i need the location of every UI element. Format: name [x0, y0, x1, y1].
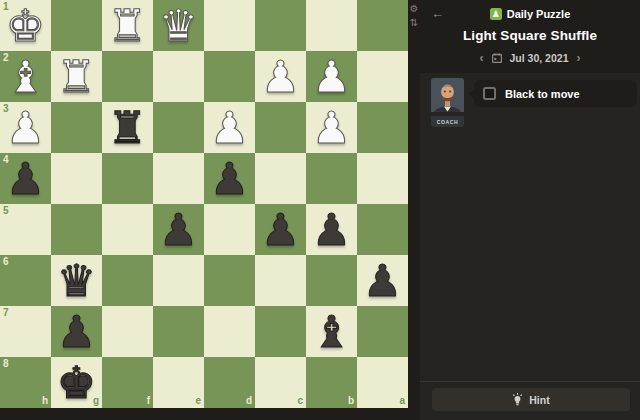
- white-rook[interactable]: ♜: [102, 0, 153, 51]
- square-a8[interactable]: a: [357, 357, 408, 408]
- square-g4[interactable]: [51, 153, 102, 204]
- move-indicator-text: Black to move: [505, 88, 580, 100]
- square-g8[interactable]: g♚: [51, 357, 102, 408]
- black-bishop[interactable]: ♝: [306, 306, 357, 357]
- square-h2[interactable]: 2♝: [0, 51, 51, 102]
- file-label: e: [195, 396, 201, 406]
- board-toolbar: ⚙ ⇅: [408, 0, 420, 420]
- file-label: c: [297, 396, 303, 406]
- white-pawn[interactable]: ♟: [204, 102, 255, 153]
- sidebar-header: ← ♟ Daily Puzzle Light Square Shuffle ‹: [420, 0, 640, 73]
- rank-label: 8: [3, 359, 9, 369]
- file-label: f: [147, 396, 150, 406]
- square-c2[interactable]: ♟: [255, 51, 306, 102]
- black-pawn[interactable]: ♟: [357, 255, 408, 306]
- file-label: d: [246, 396, 252, 406]
- square-g6[interactable]: ♛: [51, 255, 102, 306]
- square-h4[interactable]: 4♟: [0, 153, 51, 204]
- white-king[interactable]: ♚: [0, 0, 51, 51]
- sidebar-footer: Hint: [420, 381, 640, 420]
- square-c5[interactable]: ♟: [255, 204, 306, 255]
- black-pawn[interactable]: ♟: [255, 204, 306, 255]
- daily-puzzle-label: Daily Puzzle: [507, 8, 571, 20]
- square-h3[interactable]: 3♟: [0, 102, 51, 153]
- square-c7[interactable]: [255, 306, 306, 357]
- square-a7[interactable]: [357, 306, 408, 357]
- daily-puzzle-app: 1♚♜♛2♝♜♟♟3♟♜♟♟4♟♟5♟♟♟6♛♟7♟♝8hg♚fedcba ⚙ …: [0, 0, 640, 420]
- square-f2[interactable]: [102, 51, 153, 102]
- square-b2[interactable]: ♟: [306, 51, 357, 102]
- square-d8[interactable]: d: [204, 357, 255, 408]
- rank-label: 6: [3, 257, 9, 267]
- black-king[interactable]: ♚: [51, 357, 102, 408]
- puzzle-title: Light Square Shuffle: [428, 28, 632, 43]
- white-pawn[interactable]: ♟: [306, 51, 357, 102]
- settings-gear-icon[interactable]: ⚙: [410, 3, 419, 14]
- file-label: a: [399, 396, 405, 406]
- sidebar: ← ♟ Daily Puzzle Light Square Shuffle ‹: [420, 0, 640, 420]
- square-c3[interactable]: [255, 102, 306, 153]
- square-c8[interactable]: c: [255, 357, 306, 408]
- square-b8[interactable]: b: [306, 357, 357, 408]
- black-pawn[interactable]: ♟: [51, 306, 102, 357]
- rank-label: 5: [3, 206, 9, 216]
- square-d3[interactable]: ♟: [204, 102, 255, 153]
- coach-avatar-image: [431, 78, 464, 112]
- lightbulb-icon: [512, 393, 523, 406]
- white-bishop[interactable]: ♝: [0, 51, 51, 102]
- square-e4[interactable]: [153, 153, 204, 204]
- move-indicator-bubble: Black to move: [474, 80, 637, 107]
- black-side-icon: [483, 87, 496, 100]
- square-h1[interactable]: 1♚: [0, 0, 51, 51]
- next-day-icon[interactable]: ›: [576, 52, 580, 64]
- white-rook[interactable]: ♜: [51, 51, 102, 102]
- square-e5[interactable]: ♟: [153, 204, 204, 255]
- square-f8[interactable]: f: [102, 357, 153, 408]
- square-g1[interactable]: [51, 0, 102, 51]
- hint-button[interactable]: Hint: [432, 388, 630, 411]
- square-e8[interactable]: e: [153, 357, 204, 408]
- black-pawn[interactable]: ♟: [0, 153, 51, 204]
- file-label: b: [348, 396, 354, 406]
- square-a6[interactable]: ♟: [357, 255, 408, 306]
- square-a2[interactable]: [357, 51, 408, 102]
- square-c1[interactable]: [255, 0, 306, 51]
- date-nav: ‹ Jul 30, 2021 ›: [428, 52, 632, 64]
- square-d2[interactable]: [204, 51, 255, 102]
- rank-label: 7: [3, 308, 9, 318]
- black-queen[interactable]: ♛: [51, 255, 102, 306]
- daily-puzzle-icon: ♟: [490, 8, 502, 20]
- prev-day-icon[interactable]: ‹: [480, 52, 484, 64]
- black-pawn[interactable]: ♟: [153, 204, 204, 255]
- daily-puzzle-title-row: ♟ Daily Puzzle: [490, 8, 571, 20]
- square-a4[interactable]: [357, 153, 408, 204]
- square-f7[interactable]: [102, 306, 153, 357]
- square-g5[interactable]: [51, 204, 102, 255]
- square-g7[interactable]: ♟: [51, 306, 102, 357]
- hint-label: Hint: [529, 394, 549, 406]
- square-b4[interactable]: [306, 153, 357, 204]
- square-e2[interactable]: [153, 51, 204, 102]
- square-b5[interactable]: ♟: [306, 204, 357, 255]
- square-b7[interactable]: ♝: [306, 306, 357, 357]
- square-h7[interactable]: 7: [0, 306, 51, 357]
- square-f4[interactable]: [102, 153, 153, 204]
- black-pawn[interactable]: ♟: [306, 204, 357, 255]
- square-e7[interactable]: [153, 306, 204, 357]
- chess-board[interactable]: 1♚♜♛2♝♜♟♟3♟♜♟♟4♟♟5♟♟♟6♛♟7♟♝8hg♚fedcba: [0, 0, 408, 408]
- square-f3[interactable]: ♜: [102, 102, 153, 153]
- black-rook[interactable]: ♜: [102, 102, 153, 153]
- puzzle-date[interactable]: Jul 30, 2021: [510, 52, 569, 64]
- square-f1[interactable]: ♜: [102, 0, 153, 51]
- square-e6[interactable]: [153, 255, 204, 306]
- square-d4[interactable]: ♟: [204, 153, 255, 204]
- square-b6[interactable]: [306, 255, 357, 306]
- square-a1[interactable]: [357, 0, 408, 51]
- square-e1[interactable]: ♛: [153, 0, 204, 51]
- sidebar-content: COACH Black to move: [420, 73, 640, 381]
- square-c6[interactable]: [255, 255, 306, 306]
- file-label: h: [42, 396, 48, 406]
- square-d6[interactable]: [204, 255, 255, 306]
- square-g3[interactable]: [51, 102, 102, 153]
- square-d5[interactable]: [204, 204, 255, 255]
- square-f6[interactable]: [102, 255, 153, 306]
- square-c4[interactable]: [255, 153, 306, 204]
- flip-board-icon[interactable]: ⇅: [410, 17, 418, 28]
- coach-avatar: COACH: [431, 78, 464, 127]
- calendar-icon: [492, 53, 502, 63]
- square-a5[interactable]: [357, 204, 408, 255]
- square-h8[interactable]: 8h: [0, 357, 51, 408]
- black-pawn[interactable]: ♟: [204, 153, 255, 204]
- square-f5[interactable]: [102, 204, 153, 255]
- square-h6[interactable]: 6: [0, 255, 51, 306]
- square-a3[interactable]: [357, 102, 408, 153]
- white-pawn[interactable]: ♟: [255, 51, 306, 102]
- square-d7[interactable]: [204, 306, 255, 357]
- square-e3[interactable]: [153, 102, 204, 153]
- square-h5[interactable]: 5: [0, 204, 51, 255]
- white-pawn[interactable]: ♟: [306, 102, 357, 153]
- white-pawn[interactable]: ♟: [0, 102, 51, 153]
- square-g2[interactable]: ♜: [51, 51, 102, 102]
- white-queen[interactable]: ♛: [153, 0, 204, 51]
- square-b3[interactable]: ♟: [306, 102, 357, 153]
- back-arrow-icon[interactable]: ←: [431, 6, 444, 21]
- square-b1[interactable]: [306, 0, 357, 51]
- coach-label: COACH: [431, 116, 464, 127]
- square-d1[interactable]: [204, 0, 255, 51]
